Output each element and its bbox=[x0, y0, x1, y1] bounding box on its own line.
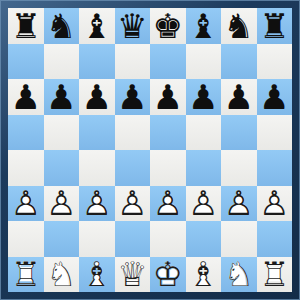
square-f8[interactable]: ♝ bbox=[186, 8, 222, 44]
piece-fill-underlay: ♟ bbox=[115, 186, 151, 222]
board-frame: ♜♞♝♛♚♝♞♜♟♟♟♟♟♟♟♟♟♙♟♙♟♙♟♙♟♙♟♙♟♙♟♙♜♖♞♘♝♗♛♕… bbox=[0, 0, 300, 300]
piece-fill-underlay: ♟ bbox=[44, 186, 80, 222]
piece-white-knight: ♘ bbox=[44, 257, 80, 293]
piece-white-bishop: ♗ bbox=[186, 257, 222, 293]
square-e3[interactable]: ♟♙ bbox=[150, 186, 186, 222]
piece-white-rook: ♖ bbox=[8, 257, 44, 293]
square-e4[interactable] bbox=[150, 150, 186, 186]
square-d6[interactable]: ♟ bbox=[115, 79, 151, 115]
piece-black-rook: ♜ bbox=[257, 8, 293, 44]
piece-fill-underlay: ♜ bbox=[8, 257, 44, 293]
square-d2[interactable] bbox=[115, 221, 151, 257]
piece-white-king: ♔ bbox=[150, 257, 186, 293]
square-g7[interactable] bbox=[221, 44, 257, 80]
square-c1[interactable]: ♝♗ bbox=[79, 257, 115, 293]
square-b2[interactable] bbox=[44, 221, 80, 257]
square-e7[interactable] bbox=[150, 44, 186, 80]
piece-black-pawn: ♟ bbox=[186, 79, 222, 115]
piece-black-bishop: ♝ bbox=[79, 8, 115, 44]
piece-black-pawn: ♟ bbox=[115, 79, 151, 115]
square-h7[interactable] bbox=[257, 44, 293, 80]
piece-fill-underlay: ♛ bbox=[115, 257, 151, 293]
piece-white-knight: ♘ bbox=[221, 257, 257, 293]
piece-white-pawn: ♙ bbox=[186, 186, 222, 222]
square-a1[interactable]: ♜♖ bbox=[8, 257, 44, 293]
square-b8[interactable]: ♞ bbox=[44, 8, 80, 44]
square-b7[interactable] bbox=[44, 44, 80, 80]
square-b1[interactable]: ♞♘ bbox=[44, 257, 80, 293]
square-h2[interactable] bbox=[257, 221, 293, 257]
piece-white-pawn: ♙ bbox=[150, 186, 186, 222]
square-h5[interactable] bbox=[257, 115, 293, 151]
square-a7[interactable] bbox=[8, 44, 44, 80]
square-g3[interactable]: ♟♙ bbox=[221, 186, 257, 222]
piece-fill-underlay: ♜ bbox=[257, 257, 293, 293]
square-c8[interactable]: ♝ bbox=[79, 8, 115, 44]
square-g6[interactable]: ♟ bbox=[221, 79, 257, 115]
square-h8[interactable]: ♜ bbox=[257, 8, 293, 44]
piece-black-pawn: ♟ bbox=[150, 79, 186, 115]
piece-fill-underlay: ♟ bbox=[186, 186, 222, 222]
square-g1[interactable]: ♞♘ bbox=[221, 257, 257, 293]
piece-fill-underlay: ♟ bbox=[150, 186, 186, 222]
square-f6[interactable]: ♟ bbox=[186, 79, 222, 115]
piece-white-pawn: ♙ bbox=[44, 186, 80, 222]
piece-fill-underlay: ♞ bbox=[44, 257, 80, 293]
square-g5[interactable] bbox=[221, 115, 257, 151]
square-h1[interactable]: ♜♖ bbox=[257, 257, 293, 293]
piece-fill-underlay: ♟ bbox=[8, 186, 44, 222]
piece-black-king: ♚ bbox=[150, 8, 186, 44]
square-h3[interactable]: ♟♙ bbox=[257, 186, 293, 222]
square-c5[interactable] bbox=[79, 115, 115, 151]
square-c4[interactable] bbox=[79, 150, 115, 186]
piece-fill-underlay: ♟ bbox=[257, 186, 293, 222]
square-g4[interactable] bbox=[221, 150, 257, 186]
piece-white-pawn: ♙ bbox=[221, 186, 257, 222]
square-d4[interactable] bbox=[115, 150, 151, 186]
piece-white-pawn: ♙ bbox=[8, 186, 44, 222]
square-a8[interactable]: ♜ bbox=[8, 8, 44, 44]
piece-white-pawn: ♙ bbox=[115, 186, 151, 222]
piece-white-pawn: ♙ bbox=[257, 186, 293, 222]
piece-black-pawn: ♟ bbox=[257, 79, 293, 115]
piece-fill-underlay: ♚ bbox=[150, 257, 186, 293]
square-d5[interactable] bbox=[115, 115, 151, 151]
square-a6[interactable]: ♟ bbox=[8, 79, 44, 115]
square-f3[interactable]: ♟♙ bbox=[186, 186, 222, 222]
square-h4[interactable] bbox=[257, 150, 293, 186]
square-g8[interactable]: ♞ bbox=[221, 8, 257, 44]
square-c7[interactable] bbox=[79, 44, 115, 80]
piece-black-pawn: ♟ bbox=[79, 79, 115, 115]
piece-black-rook: ♜ bbox=[8, 8, 44, 44]
square-b3[interactable]: ♟♙ bbox=[44, 186, 80, 222]
square-c6[interactable]: ♟ bbox=[79, 79, 115, 115]
square-e6[interactable]: ♟ bbox=[150, 79, 186, 115]
piece-white-pawn: ♙ bbox=[79, 186, 115, 222]
square-a3[interactable]: ♟♙ bbox=[8, 186, 44, 222]
piece-black-pawn: ♟ bbox=[221, 79, 257, 115]
square-e1[interactable]: ♚♔ bbox=[150, 257, 186, 293]
square-d3[interactable]: ♟♙ bbox=[115, 186, 151, 222]
piece-black-pawn: ♟ bbox=[8, 79, 44, 115]
square-c2[interactable] bbox=[79, 221, 115, 257]
piece-fill-underlay: ♞ bbox=[221, 257, 257, 293]
piece-white-bishop: ♗ bbox=[79, 257, 115, 293]
square-a4[interactable] bbox=[8, 150, 44, 186]
piece-white-queen: ♕ bbox=[115, 257, 151, 293]
square-b6[interactable]: ♟ bbox=[44, 79, 80, 115]
board: ♜♞♝♛♚♝♞♜♟♟♟♟♟♟♟♟♟♙♟♙♟♙♟♙♟♙♟♙♟♙♟♙♜♖♞♘♝♗♛♕… bbox=[8, 8, 292, 292]
square-f4[interactable] bbox=[186, 150, 222, 186]
piece-fill-underlay: ♟ bbox=[221, 186, 257, 222]
piece-fill-underlay: ♝ bbox=[186, 257, 222, 293]
piece-fill-underlay: ♟ bbox=[79, 186, 115, 222]
piece-black-knight: ♞ bbox=[221, 8, 257, 44]
piece-fill-underlay: ♝ bbox=[79, 257, 115, 293]
square-d1[interactable]: ♛♕ bbox=[115, 257, 151, 293]
square-f1[interactable]: ♝♗ bbox=[186, 257, 222, 293]
piece-black-pawn: ♟ bbox=[44, 79, 80, 115]
square-g2[interactable] bbox=[221, 221, 257, 257]
piece-white-rook: ♖ bbox=[257, 257, 293, 293]
piece-black-bishop: ♝ bbox=[186, 8, 222, 44]
square-d8[interactable]: ♛ bbox=[115, 8, 151, 44]
square-b4[interactable] bbox=[44, 150, 80, 186]
square-f5[interactable] bbox=[186, 115, 222, 151]
square-c3[interactable]: ♟♙ bbox=[79, 186, 115, 222]
piece-black-knight: ♞ bbox=[44, 8, 80, 44]
square-h6[interactable]: ♟ bbox=[257, 79, 293, 115]
square-f2[interactable] bbox=[186, 221, 222, 257]
square-a2[interactable] bbox=[8, 221, 44, 257]
square-e5[interactable] bbox=[150, 115, 186, 151]
square-a5[interactable] bbox=[8, 115, 44, 151]
square-b5[interactable] bbox=[44, 115, 80, 151]
piece-black-queen: ♛ bbox=[115, 8, 151, 44]
square-e8[interactable]: ♚ bbox=[150, 8, 186, 44]
square-e2[interactable] bbox=[150, 221, 186, 257]
square-f7[interactable] bbox=[186, 44, 222, 80]
square-d7[interactable] bbox=[115, 44, 151, 80]
